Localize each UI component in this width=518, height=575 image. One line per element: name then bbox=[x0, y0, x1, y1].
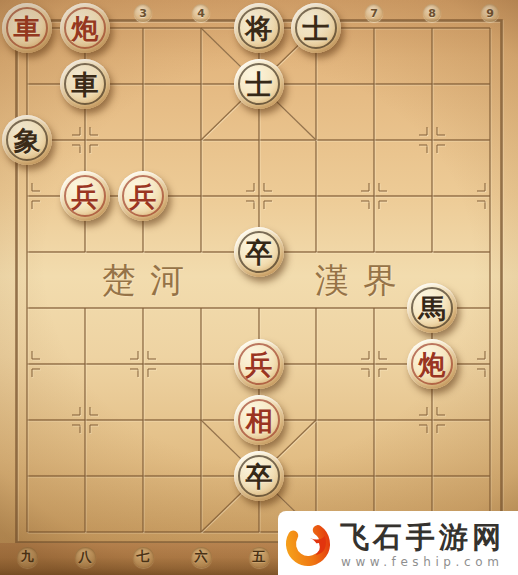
piece-red-r1c2[interactable]: 炮 bbox=[60, 3, 110, 53]
river-label-right: 漢界 bbox=[315, 258, 411, 304]
piece-character: 卒 bbox=[246, 239, 273, 266]
piece-character: 相 bbox=[246, 407, 273, 434]
file-label-top-8: 8 bbox=[423, 4, 441, 22]
file-label-top-7: 7 bbox=[365, 4, 383, 22]
file-label-top-3: 3 bbox=[134, 4, 152, 22]
piece-character: 兵 bbox=[246, 351, 273, 378]
piece-character: 将 bbox=[246, 15, 273, 42]
piece-character: 兵 bbox=[130, 183, 157, 210]
piece-character: 象 bbox=[14, 127, 41, 154]
piece-character: 士 bbox=[246, 71, 273, 98]
river-label-left: 楚河 bbox=[102, 258, 198, 304]
watermark-panel: 飞石手游网 www.feship.com bbox=[278, 511, 518, 575]
piece-red-r7c8[interactable]: 炮 bbox=[407, 339, 457, 389]
piece-character: 兵 bbox=[72, 183, 99, 210]
feship-logo-icon bbox=[282, 514, 336, 572]
piece-red-r7c5[interactable]: 兵 bbox=[234, 339, 284, 389]
piece-black-r2c5[interactable]: 士 bbox=[234, 59, 284, 109]
xiangqi-board-screenshot: 楚河 漢界 123456789 九八七六五四三二一 車炮将士車士象兵兵卒馬兵炮相… bbox=[0, 0, 518, 575]
piece-black-r1c5[interactable]: 将 bbox=[234, 3, 284, 53]
file-label-top-4: 4 bbox=[192, 4, 210, 22]
file-label-bottom-4: 六 bbox=[191, 547, 212, 568]
piece-black-r2c2[interactable]: 車 bbox=[60, 59, 110, 109]
watermark-site-name: 飞石手游网 bbox=[340, 518, 514, 558]
piece-red-r8c5[interactable]: 相 bbox=[234, 395, 284, 445]
file-label-bottom-5: 五 bbox=[249, 547, 270, 568]
piece-black-r9c5[interactable]: 卒 bbox=[234, 451, 284, 501]
piece-character: 車 bbox=[72, 71, 99, 98]
file-label-bottom-1: 九 bbox=[17, 547, 38, 568]
file-label-top-9: 9 bbox=[481, 4, 499, 22]
piece-character: 馬 bbox=[419, 295, 446, 322]
piece-black-r3c1[interactable]: 象 bbox=[2, 115, 52, 165]
piece-black-r5c5[interactable]: 卒 bbox=[234, 227, 284, 277]
piece-red-r1c1[interactable]: 車 bbox=[2, 3, 52, 53]
piece-black-r6c8[interactable]: 馬 bbox=[407, 283, 457, 333]
file-label-bottom-2: 八 bbox=[75, 547, 96, 568]
piece-character: 卒 bbox=[246, 463, 273, 490]
piece-character: 炮 bbox=[72, 15, 99, 42]
piece-character: 炮 bbox=[419, 351, 446, 378]
piece-character: 車 bbox=[14, 15, 41, 42]
piece-character: 士 bbox=[303, 15, 330, 42]
piece-red-r4c3[interactable]: 兵 bbox=[118, 171, 168, 221]
file-label-bottom-3: 七 bbox=[133, 547, 154, 568]
piece-red-r4c2[interactable]: 兵 bbox=[60, 171, 110, 221]
watermark-site-url: www.feship.com bbox=[341, 555, 513, 569]
piece-black-r1c6[interactable]: 士 bbox=[291, 3, 341, 53]
